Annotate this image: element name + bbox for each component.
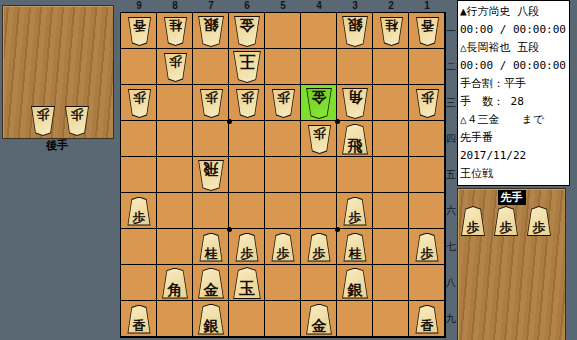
gote-captured-tray: 歩歩 — [2, 5, 114, 139]
sente-tray-label: 先手 — [498, 190, 526, 205]
piece-kanji: 金 — [233, 18, 261, 33]
cell-94[interactable] — [121, 121, 157, 157]
piece-kanji: 歩 — [30, 108, 56, 121]
cell-55[interactable] — [265, 157, 301, 193]
gote-piece-王[interactable]: 王 — [232, 51, 262, 83]
file-label-2: 2 — [373, 0, 409, 12]
cell-37[interactable]: 桂 — [337, 229, 373, 265]
gote-piece-角[interactable]: 角 — [341, 88, 369, 119]
cell-85[interactable] — [157, 157, 193, 193]
file-label-6: 6 — [229, 0, 265, 12]
cell-32[interactable] — [337, 49, 373, 85]
piece-kanji: 銀 — [197, 18, 225, 33]
star-point — [335, 119, 340, 124]
star-point — [335, 227, 340, 232]
piece-kanji: 王 — [232, 53, 262, 69]
board-cells: 香桂銀金銀桂香歩王歩歩歩歩金角歩歩飛飛歩歩桂歩歩歩桂歩角金玉銀香銀金香 — [121, 13, 445, 337]
cell-12[interactable] — [409, 49, 445, 85]
rank-label-2: 二 — [445, 49, 457, 85]
piece-kanji: 歩 — [415, 91, 440, 104]
rank-label-4: 四 — [445, 121, 457, 157]
gote-piece-金[interactable]: 金 — [305, 88, 333, 119]
gote-piece-歩[interactable]: 歩 — [30, 106, 56, 136]
piece-kanji: 桂 — [163, 19, 188, 32]
cell-91[interactable]: 香 — [121, 13, 157, 49]
cell-66[interactable] — [229, 193, 265, 229]
gote-piece-歩[interactable]: 歩 — [127, 89, 152, 118]
piece-kanji: 歩 — [199, 91, 224, 104]
piece-kanji: 銀 — [341, 282, 369, 297]
gote-piece-飛[interactable]: 飛 — [197, 160, 225, 191]
rank-label-7: 七 — [445, 229, 457, 265]
rank-label-5: 五 — [445, 157, 457, 193]
cell-17[interactable]: 歩 — [409, 229, 445, 265]
cell-64[interactable] — [229, 121, 265, 157]
piece-kanji: 歩 — [526, 221, 552, 234]
file-labels: 987654321 — [121, 0, 445, 12]
gote-piece-歩[interactable]: 歩 — [307, 125, 332, 154]
cell-16[interactable] — [409, 193, 445, 229]
cell-97[interactable] — [121, 229, 157, 265]
sente-piece-金[interactable]: 金 — [305, 304, 333, 335]
sente-piece-歩[interactable]: 歩 — [343, 197, 368, 226]
cell-18[interactable] — [409, 265, 445, 301]
cell-42[interactable] — [301, 49, 337, 85]
rank-labels: 一二三四五六七八九 — [445, 13, 457, 337]
gote-hand-pieces: 歩歩 — [30, 106, 90, 136]
sente-piece-香[interactable]: 香 — [415, 305, 440, 334]
sente-piece-飛[interactable]: 飛 — [341, 124, 369, 155]
piece-kanji: 銀 — [197, 318, 225, 333]
piece-kanji: 歩 — [235, 247, 260, 260]
cell-52[interactable] — [265, 49, 301, 85]
file-label-5: 5 — [265, 0, 301, 12]
game-date: 2017/11/22 — [460, 147, 567, 165]
piece-kanji: 歩 — [271, 91, 296, 104]
cell-11[interactable]: 香 — [409, 13, 445, 49]
sente-piece-歩[interactable]: 歩 — [460, 206, 486, 236]
gote-piece-銀[interactable]: 銀 — [341, 16, 369, 47]
cell-69[interactable] — [229, 301, 265, 337]
gote-tray-label: 後手 — [2, 138, 112, 153]
piece-kanji: 歩 — [127, 211, 152, 224]
cell-72[interactable] — [193, 49, 229, 85]
cell-93[interactable]: 歩 — [121, 85, 157, 121]
gote-piece-歩[interactable]: 歩 — [415, 89, 440, 118]
piece-kanji: 飛 — [197, 162, 225, 177]
gote-piece-桂[interactable]: 桂 — [379, 17, 404, 46]
file-label-7: 7 — [193, 0, 229, 12]
cell-62[interactable]: 王 — [229, 49, 265, 85]
gote-piece-金[interactable]: 金 — [233, 16, 261, 47]
cell-46[interactable] — [301, 193, 337, 229]
cell-75[interactable]: 飛 — [193, 157, 229, 193]
cell-21[interactable]: 桂 — [373, 13, 409, 49]
cell-56[interactable] — [265, 193, 301, 229]
move-count: 手 数： 28 — [460, 93, 567, 111]
cell-92[interactable] — [121, 49, 157, 85]
sente-piece-歩[interactable]: 歩 — [526, 206, 552, 236]
rank-label-9: 九 — [445, 301, 457, 337]
piece-kanji: 玉 — [232, 281, 262, 297]
gote-piece-桂[interactable]: 桂 — [163, 17, 188, 46]
sente-piece-歩[interactable]: 歩 — [235, 233, 260, 262]
piece-kanji: 歩 — [163, 55, 188, 68]
piece-kanji: 桂 — [199, 247, 224, 260]
cell-13[interactable]: 歩 — [409, 85, 445, 121]
piece-kanji: 香 — [415, 319, 440, 332]
gote-piece-歩[interactable]: 歩 — [235, 89, 260, 118]
sente-piece-桂[interactable]: 桂 — [199, 233, 224, 262]
gote-piece-歩[interactable]: 歩 — [199, 89, 224, 118]
tournament-name: 王位戦 — [460, 165, 567, 183]
cell-29[interactable] — [373, 301, 409, 337]
cell-99[interactable]: 香 — [121, 301, 157, 337]
cell-63[interactable]: 歩 — [229, 85, 265, 121]
handicap-label: 手合割：平手 — [460, 75, 567, 93]
piece-kanji: 角 — [161, 282, 189, 297]
cell-47[interactable]: 歩 — [301, 229, 337, 265]
cell-27[interactable] — [373, 229, 409, 265]
rank-label-6: 六 — [445, 193, 457, 229]
file-label-1: 1 — [409, 0, 445, 12]
sente-piece-歩[interactable]: 歩 — [493, 206, 519, 236]
gote-player-name: △長岡裕也 五段 — [460, 39, 567, 57]
sente-captured-tray: 先手 歩歩歩 — [457, 188, 566, 340]
cell-14[interactable] — [409, 121, 445, 157]
piece-kanji: 金 — [305, 90, 333, 105]
piece-kanji: 歩 — [127, 91, 152, 104]
side-to-move: 先手番 — [460, 129, 567, 147]
sente-piece-角[interactable]: 角 — [161, 268, 189, 299]
cell-39[interactable] — [337, 301, 373, 337]
piece-kanji: 桂 — [343, 247, 368, 260]
gote-piece-香[interactable]: 香 — [127, 17, 152, 46]
cell-23[interactable] — [373, 85, 409, 121]
piece-kanji: 歩 — [493, 221, 519, 234]
cell-25[interactable] — [373, 157, 409, 193]
gote-piece-歩[interactable]: 歩 — [64, 106, 90, 136]
shogi-viewer: 987654321 一二三四五六七八九 香桂銀金銀桂香歩王歩歩歩歩金角歩歩飛飛歩… — [0, 0, 577, 340]
gote-piece-銀[interactable]: 銀 — [197, 16, 225, 47]
piece-kanji: 角 — [341, 90, 369, 105]
star-point — [227, 227, 232, 232]
sente-hand-pieces: 歩歩歩 — [460, 206, 552, 236]
cell-79[interactable]: 銀 — [193, 301, 229, 337]
rank-label-1: 一 — [445, 13, 457, 49]
piece-kanji: 歩 — [343, 211, 368, 224]
cell-22[interactable] — [373, 49, 409, 85]
cell-86[interactable] — [157, 193, 193, 229]
cell-51[interactable] — [265, 13, 301, 49]
cell-54[interactable] — [265, 121, 301, 157]
cell-73[interactable]: 歩 — [193, 85, 229, 121]
piece-kanji: 歩 — [415, 247, 440, 260]
piece-kanji: 飛 — [341, 138, 369, 153]
sente-piece-金[interactable]: 金 — [197, 268, 225, 299]
cell-89[interactable] — [157, 301, 193, 337]
cell-65[interactable] — [229, 157, 265, 193]
piece-kanji: 歩 — [307, 127, 332, 140]
piece-kanji: 香 — [127, 319, 152, 332]
cell-49[interactable]: 金 — [301, 301, 337, 337]
cell-98[interactable] — [121, 265, 157, 301]
cell-33[interactable]: 角 — [337, 85, 373, 121]
cell-35[interactable] — [337, 157, 373, 193]
cell-78[interactable]: 金 — [193, 265, 229, 301]
sente-piece-歩[interactable]: 歩 — [271, 233, 296, 262]
cell-26[interactable] — [373, 193, 409, 229]
piece-kanji: 香 — [415, 19, 440, 32]
piece-kanji: 香 — [127, 19, 152, 32]
cell-87[interactable] — [157, 229, 193, 265]
piece-kanji: 歩 — [460, 221, 486, 234]
cell-58[interactable] — [265, 265, 301, 301]
cell-83[interactable] — [157, 85, 193, 121]
cell-24[interactable] — [373, 121, 409, 157]
rank-label-3: 三 — [445, 85, 457, 121]
piece-kanji: 金 — [305, 318, 333, 333]
cell-96[interactable]: 歩 — [121, 193, 157, 229]
sente-piece-歩[interactable]: 歩 — [127, 197, 152, 226]
cell-36[interactable]: 歩 — [337, 193, 373, 229]
cell-38[interactable]: 銀 — [337, 265, 373, 301]
cell-45[interactable] — [301, 157, 337, 193]
piece-kanji: 金 — [197, 282, 225, 297]
cell-77[interactable]: 桂 — [193, 229, 229, 265]
cell-43[interactable]: 金 — [301, 85, 337, 121]
cell-84[interactable] — [157, 121, 193, 157]
cell-44[interactable]: 歩 — [301, 121, 337, 157]
piece-kanji: 銀 — [341, 18, 369, 33]
cell-19[interactable]: 香 — [409, 301, 445, 337]
file-label-8: 8 — [157, 0, 193, 12]
cell-95[interactable] — [121, 157, 157, 193]
sente-piece-玉[interactable]: 玉 — [232, 267, 262, 299]
rank-label-8: 八 — [445, 265, 457, 301]
piece-kanji: 歩 — [235, 91, 260, 104]
cell-48[interactable] — [301, 265, 337, 301]
cell-76[interactable] — [193, 193, 229, 229]
piece-kanji: 歩 — [64, 108, 90, 121]
cell-53[interactable]: 歩 — [265, 85, 301, 121]
star-point — [227, 119, 232, 124]
sente-piece-香[interactable]: 香 — [127, 305, 152, 334]
gote-clock: 00:00 / 00:00:00 — [460, 57, 567, 75]
cell-41[interactable] — [301, 13, 337, 49]
cell-15[interactable] — [409, 157, 445, 193]
cell-57[interactable]: 歩 — [265, 229, 301, 265]
sente-piece-歩[interactable]: 歩 — [415, 233, 440, 262]
cell-34[interactable]: 飛 — [337, 121, 373, 157]
sente-player-name: ▲行方尚史 八段 — [460, 3, 567, 21]
cell-28[interactable] — [373, 265, 409, 301]
file-label-4: 4 — [301, 0, 337, 12]
cell-88[interactable]: 角 — [157, 265, 193, 301]
gote-piece-歩[interactable]: 歩 — [163, 53, 188, 82]
cell-67[interactable]: 歩 — [229, 229, 265, 265]
last-move-label: △４三金 まで — [460, 111, 567, 129]
cell-31[interactable]: 銀 — [337, 13, 373, 49]
sente-piece-歩[interactable]: 歩 — [307, 233, 332, 262]
sente-piece-桂[interactable]: 桂 — [343, 233, 368, 262]
file-label-3: 3 — [337, 0, 373, 12]
cell-68[interactable]: 玉 — [229, 265, 265, 301]
cell-82[interactable]: 歩 — [157, 49, 193, 85]
gote-piece-香[interactable]: 香 — [415, 17, 440, 46]
piece-kanji: 歩 — [271, 247, 296, 260]
cell-71[interactable]: 銀 — [193, 13, 229, 49]
piece-kanji: 桂 — [379, 19, 404, 32]
piece-kanji: 歩 — [307, 247, 332, 260]
sente-piece-銀[interactable]: 銀 — [341, 268, 369, 299]
shogi-board: 香桂銀金銀桂香歩王歩歩歩歩金角歩歩飛飛歩歩桂歩歩歩桂歩角金玉銀香銀金香 — [120, 12, 446, 338]
gote-piece-歩[interactable]: 歩 — [271, 89, 296, 118]
sente-clock: 00:00 / 00:00:00 — [460, 21, 567, 39]
cell-81[interactable]: 桂 — [157, 13, 193, 49]
cell-74[interactable] — [193, 121, 229, 157]
cell-61[interactable]: 金 — [229, 13, 265, 49]
file-label-9: 9 — [121, 0, 157, 12]
cell-59[interactable] — [265, 301, 301, 337]
sente-piece-銀[interactable]: 銀 — [197, 304, 225, 335]
game-info-panel: ▲行方尚史 八段 00:00 / 00:00:00 △長岡裕也 五段 00:00… — [457, 0, 570, 186]
